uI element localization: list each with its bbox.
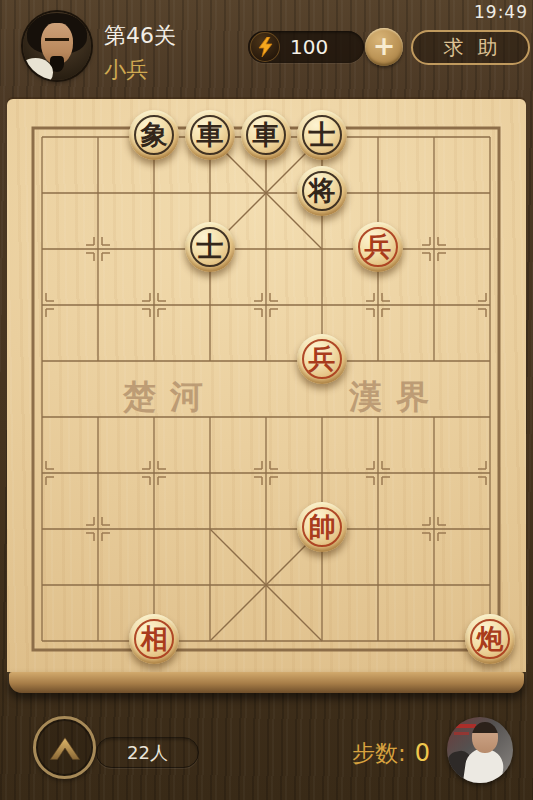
board-point-1-4[interactable] <box>70 333 126 389</box>
board-point-5-8[interactable] <box>294 557 350 613</box>
board-point-7-4[interactable] <box>406 333 462 389</box>
board-point-5-2[interactable] <box>294 221 350 277</box>
moves-value: 0 <box>415 739 430 767</box>
board-point-8-7[interactable] <box>462 501 518 557</box>
board-point-4-7[interactable] <box>238 501 294 557</box>
piece-glyph: 兵 <box>365 233 392 260</box>
board-point-3-0[interactable]: 車 <box>182 109 238 165</box>
board-point-2-8[interactable] <box>126 557 182 613</box>
board-point-6-4[interactable] <box>350 333 406 389</box>
piece-glyph: 兵 <box>309 345 336 372</box>
status-clock: 19:49 <box>474 2 528 22</box>
piece-glyph: 将 <box>309 177 336 204</box>
board-point-2-9[interactable]: 相 <box>126 613 182 669</box>
board-point-4-9[interactable] <box>238 613 294 669</box>
board-point-2-7[interactable] <box>126 501 182 557</box>
board-point-4-6[interactable] <box>238 445 294 501</box>
board-point-8-0[interactable] <box>462 109 518 165</box>
board-point-4-2[interactable] <box>238 221 294 277</box>
board-point-0-8[interactable] <box>14 557 70 613</box>
board-point-5-7[interactable]: 帥 <box>294 501 350 557</box>
board-point-2-1[interactable] <box>126 165 182 221</box>
move-counter: 步数: 0 <box>352 738 430 769</box>
board-point-3-6[interactable] <box>182 445 238 501</box>
piece-red-general[interactable]: 帥 <box>297 502 347 552</box>
moves-label: 步数: <box>352 738 406 769</box>
piece-glyph: 車 <box>253 121 280 148</box>
board-point-0-9[interactable] <box>14 613 70 669</box>
board-point-3-7[interactable] <box>182 501 238 557</box>
board-point-2-2[interactable] <box>126 221 182 277</box>
board-point-7-6[interactable] <box>406 445 462 501</box>
board-point-7-8[interactable] <box>406 557 462 613</box>
board-point-6-1[interactable] <box>350 165 406 221</box>
board-point-0-4[interactable] <box>14 333 70 389</box>
board-point-7-2[interactable] <box>406 221 462 277</box>
board-point-2-6[interactable] <box>126 445 182 501</box>
piece-black-advisor-back[interactable]: 士 <box>297 110 347 160</box>
board-point-3-8[interactable] <box>182 557 238 613</box>
board-point-1-9[interactable] <box>70 613 126 669</box>
board-point-6-9[interactable] <box>350 613 406 669</box>
board-point-8-5[interactable] <box>462 389 518 445</box>
board-point-5-6[interactable] <box>294 445 350 501</box>
board-point-0-3[interactable] <box>14 277 70 333</box>
board-point-2-3[interactable] <box>126 277 182 333</box>
piece-glyph: 炮 <box>477 625 504 652</box>
board-point-6-3[interactable] <box>350 277 406 333</box>
board-point-1-6[interactable] <box>70 445 126 501</box>
board-point-3-4[interactable] <box>182 333 238 389</box>
piece-black-general[interactable]: 将 <box>297 166 347 216</box>
board-point-5-9[interactable] <box>294 613 350 669</box>
rank-label: 小兵 <box>104 55 176 85</box>
board-point-7-5[interactable] <box>406 389 462 445</box>
board-point-6-2[interactable]: 兵 <box>350 221 406 277</box>
player-avatar[interactable] <box>23 12 91 80</box>
board-point-6-0[interactable] <box>350 109 406 165</box>
online-count: 22人 <box>127 741 168 765</box>
board-point-8-8[interactable] <box>462 557 518 613</box>
piece-glyph: 帥 <box>309 513 336 540</box>
board-point-3-2[interactable]: 士 <box>182 221 238 277</box>
board-point-5-0[interactable]: 士 <box>294 109 350 165</box>
board-point-0-0[interactable] <box>14 109 70 165</box>
board-point-7-1[interactable] <box>406 165 462 221</box>
board-grid: 象車車士将士兵兵帥相炮 <box>14 109 518 669</box>
piece-black-chariot-right[interactable]: 車 <box>241 110 291 160</box>
photo-red-text-2 <box>454 732 470 735</box>
piece-black-elephant[interactable]: 象 <box>129 110 179 160</box>
board-point-1-8[interactable] <box>70 557 126 613</box>
xiangqi-board: 楚河 漢界 象車車士将士兵兵帥相炮 <box>7 99 526 672</box>
board-point-1-0[interactable] <box>70 109 126 165</box>
board-point-1-7[interactable] <box>70 501 126 557</box>
board-point-7-3[interactable] <box>406 277 462 333</box>
board-point-0-2[interactable] <box>14 221 70 277</box>
level-block: 第46关 小兵 <box>104 21 176 85</box>
board-point-3-9[interactable] <box>182 613 238 669</box>
board-point-8-1[interactable] <box>462 165 518 221</box>
board-point-1-5[interactable] <box>70 389 126 445</box>
board-point-4-3[interactable] <box>238 277 294 333</box>
board-point-5-4[interactable]: 兵 <box>294 333 350 389</box>
board-point-8-6[interactable] <box>462 445 518 501</box>
add-energy-button[interactable]: + <box>365 28 403 66</box>
piece-glyph: 士 <box>197 233 224 260</box>
expand-menu-button[interactable] <box>33 716 96 779</box>
board-bottom-bevel <box>9 672 524 693</box>
level-label: 第46关 <box>104 21 176 51</box>
piece-red-soldier-advanced[interactable]: 兵 <box>353 222 403 272</box>
board-point-6-5[interactable] <box>350 389 406 445</box>
lightning-icon <box>250 32 280 62</box>
board-point-0-1[interactable] <box>14 165 70 221</box>
online-count-pill[interactable]: 22人 <box>96 737 199 768</box>
board-point-8-3[interactable] <box>462 277 518 333</box>
photo-head <box>472 722 498 752</box>
board-point-5-3[interactable] <box>294 277 350 333</box>
avatar-brows <box>45 38 68 41</box>
up-arrow-icon <box>45 734 85 762</box>
board-point-6-8[interactable] <box>350 557 406 613</box>
board-point-8-9[interactable]: 炮 <box>462 613 518 669</box>
board-point-3-5[interactable] <box>182 389 238 445</box>
board-point-7-7[interactable] <box>406 501 462 557</box>
board-point-2-4[interactable] <box>126 333 182 389</box>
board-point-4-8[interactable] <box>238 557 294 613</box>
board-point-3-1[interactable] <box>182 165 238 221</box>
piece-glyph: 車 <box>197 121 224 148</box>
piece-glyph: 相 <box>141 625 168 652</box>
board-point-4-0[interactable]: 車 <box>238 109 294 165</box>
board-point-5-1[interactable]: 将 <box>294 165 350 221</box>
board-point-6-7[interactable] <box>350 501 406 557</box>
piece-black-chariot-left[interactable]: 車 <box>185 110 235 160</box>
board-point-7-0[interactable] <box>406 109 462 165</box>
board-point-4-1[interactable] <box>238 165 294 221</box>
energy-pill: 100 <box>248 31 364 63</box>
board-point-3-3[interactable] <box>182 277 238 333</box>
piece-red-soldier-river[interactable]: 兵 <box>297 334 347 384</box>
board-point-0-5[interactable] <box>14 389 70 445</box>
board-point-1-1[interactable] <box>70 165 126 221</box>
board-point-7-9[interactable] <box>406 613 462 669</box>
energy-value: 100 <box>290 31 328 63</box>
board-point-2-5[interactable] <box>126 389 182 445</box>
piece-red-cannon[interactable]: 炮 <box>465 614 515 664</box>
piece-glyph: 士 <box>309 121 336 148</box>
piece-red-elephant[interactable]: 相 <box>129 614 179 664</box>
help-button[interactable]: 求助 <box>411 30 530 65</box>
photo-red-text <box>454 724 476 729</box>
board-point-2-0[interactable]: 象 <box>126 109 182 165</box>
board-point-8-4[interactable] <box>462 333 518 389</box>
board-point-0-7[interactable] <box>14 501 70 557</box>
board-point-8-2[interactable] <box>462 221 518 277</box>
board-point-1-2[interactable] <box>70 221 126 277</box>
opponent-photo-avatar[interactable] <box>447 717 513 783</box>
board-point-4-5[interactable] <box>238 389 294 445</box>
board-point-1-3[interactable] <box>70 277 126 333</box>
board-point-4-4[interactable] <box>238 333 294 389</box>
app-screen: 19:49 第46关 小兵 100 + 求助 楚河 漢界 象車車士将士兵兵帥相炮 <box>0 0 533 800</box>
piece-glyph: 象 <box>141 121 168 148</box>
board-point-5-5[interactable] <box>294 389 350 445</box>
piece-black-advisor-front[interactable]: 士 <box>185 222 235 272</box>
board-point-6-6[interactable] <box>350 445 406 501</box>
board-point-0-6[interactable] <box>14 445 70 501</box>
